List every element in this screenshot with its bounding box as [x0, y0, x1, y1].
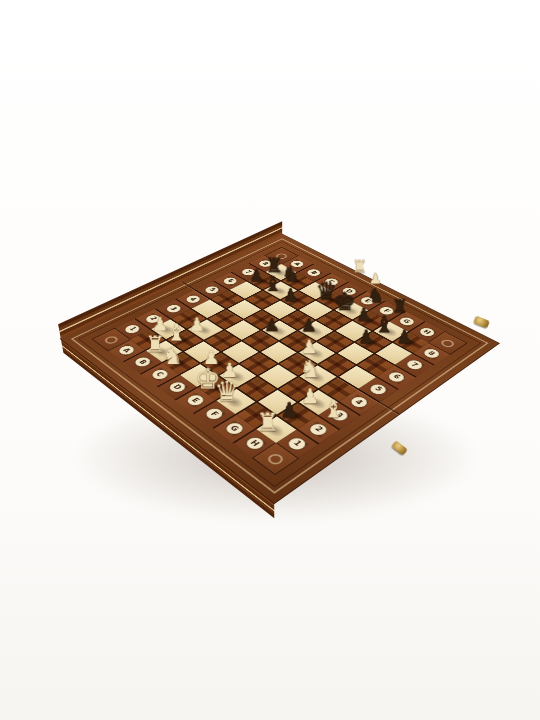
- square-b3: ♟: [188, 320, 222, 340]
- coordinate-label: H: [242, 434, 268, 452]
- white-bishop: ♝: [323, 397, 344, 421]
- black-bishop: ♝: [264, 273, 283, 294]
- coordinate-label: 5: [366, 382, 390, 397]
- coordinate-label: B: [131, 355, 154, 369]
- black-pawn: ♟: [301, 316, 317, 334]
- coordinate-label: G: [222, 420, 248, 437]
- coordinate-label: B: [304, 268, 324, 278]
- black-pawn: ♟: [356, 307, 372, 325]
- white-pawn: ♟: [301, 387, 319, 407]
- black-pawn: ♟: [249, 268, 264, 285]
- coordinate-label: H: [416, 326, 438, 339]
- coordinate-label: F: [202, 406, 227, 422]
- coordinate-label: E: [183, 392, 207, 408]
- black-pawn: ♟: [280, 400, 299, 421]
- coordinate-label: 2: [306, 421, 332, 438]
- black-pawn: ♟: [358, 328, 375, 347]
- coordinate-label: 8: [420, 347, 443, 361]
- black-pawn: ♟: [264, 316, 280, 334]
- square-d5: ♟: [262, 320, 297, 340]
- coordinate-label: 7: [403, 358, 426, 372]
- white-pawn: ♟: [369, 271, 382, 285]
- black-pawn: ♟: [396, 328, 413, 347]
- coordinate-label: A: [115, 344, 138, 358]
- coordinate-label: D: [165, 380, 189, 395]
- white-knight: ♞: [299, 357, 321, 381]
- black-knight: ♞: [282, 264, 301, 285]
- white-knight: ♞: [162, 344, 183, 368]
- coordinate-label: C: [148, 367, 172, 382]
- white-rook: ♜: [352, 258, 368, 275]
- coordinate-label: 1: [284, 435, 310, 453]
- black-king: ♚: [333, 289, 356, 314]
- black-bishop: ♝: [373, 313, 393, 336]
- black-knight: ♞: [367, 287, 384, 306]
- border-cell: 8: [413, 343, 450, 365]
- black-pawn: ♟: [283, 286, 299, 303]
- white-queen: ♛: [214, 378, 239, 406]
- square-c4: [225, 320, 260, 340]
- white-rook: ♜: [256, 410, 279, 435]
- white-bishop: ♝: [166, 321, 187, 344]
- coordinate-label: 6: [385, 370, 409, 385]
- product-photo-scene: ♜ ♟ ABCDEFGH ABCDEFGH 87654321 87654321 …: [0, 0, 540, 720]
- white-pawn: ♟: [189, 315, 205, 333]
- square-e4: [261, 342, 297, 363]
- brass-clasp-icon: [473, 315, 490, 328]
